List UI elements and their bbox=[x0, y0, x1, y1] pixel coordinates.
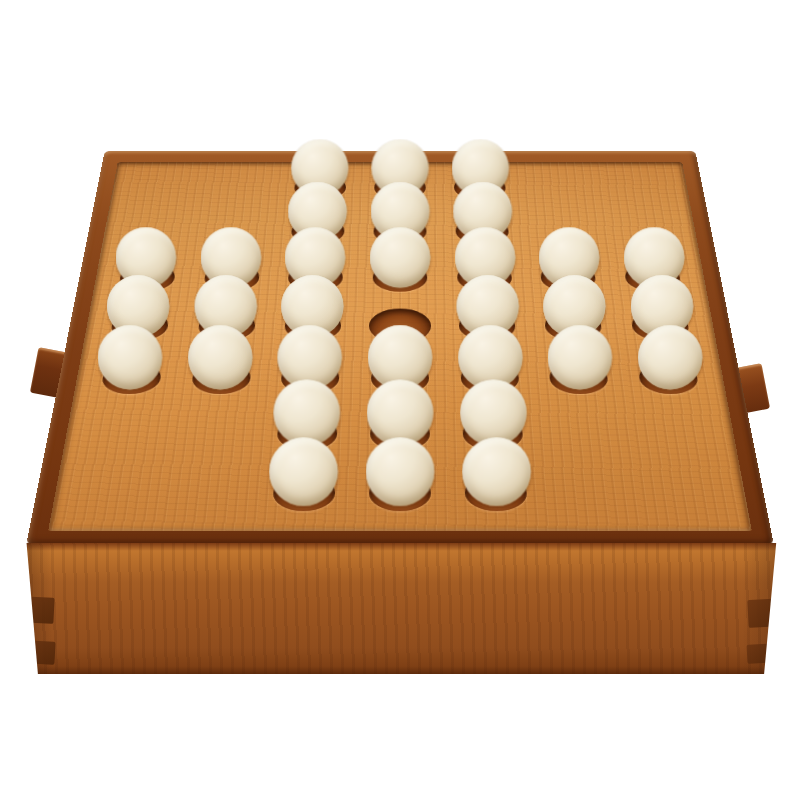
cell-a6 bbox=[72, 405, 173, 462]
peg-marble-g5[interactable] bbox=[638, 325, 702, 389]
cell-g1 bbox=[596, 167, 682, 209]
cell-g7 bbox=[634, 463, 739, 524]
cell-b6 bbox=[166, 405, 264, 462]
peg-marble-e6[interactable] bbox=[460, 379, 527, 446]
peg-marble-c7[interactable] bbox=[270, 437, 339, 506]
board-scene bbox=[0, 0, 800, 800]
cell-f5[interactable] bbox=[532, 352, 627, 406]
box-front-face bbox=[22, 543, 780, 674]
peg-marble-e7[interactable] bbox=[462, 437, 531, 506]
board-lid bbox=[26, 151, 774, 546]
peg-marble-c6[interactable] bbox=[274, 379, 341, 446]
cell-e7[interactable] bbox=[447, 463, 546, 524]
peg-marble-d3[interactable] bbox=[370, 227, 431, 288]
cell-b5[interactable] bbox=[173, 352, 268, 406]
cell-a7 bbox=[61, 463, 166, 524]
peg-marble-f5[interactable] bbox=[548, 325, 612, 389]
cell-d3[interactable] bbox=[357, 254, 442, 301]
cell-b7 bbox=[158, 463, 260, 524]
solitaire-board bbox=[61, 167, 740, 524]
cell-g6 bbox=[627, 405, 728, 462]
cell-b1 bbox=[199, 167, 283, 209]
cell-c7[interactable] bbox=[255, 463, 354, 524]
peg-marble-a5[interactable] bbox=[98, 325, 162, 389]
peg-marble-d7[interactable] bbox=[366, 437, 435, 506]
cell-a5[interactable] bbox=[82, 352, 180, 406]
cell-g5[interactable] bbox=[620, 352, 718, 406]
cell-d7[interactable] bbox=[352, 463, 449, 524]
product-photo bbox=[0, 0, 800, 800]
cell-f6 bbox=[536, 405, 634, 462]
cell-f7 bbox=[541, 463, 643, 524]
board-surface bbox=[48, 162, 752, 531]
peg-marble-d6[interactable] bbox=[367, 379, 434, 446]
cell-a1 bbox=[118, 167, 204, 209]
cell-f1 bbox=[517, 167, 601, 209]
peg-marble-b5[interactable] bbox=[188, 325, 252, 389]
